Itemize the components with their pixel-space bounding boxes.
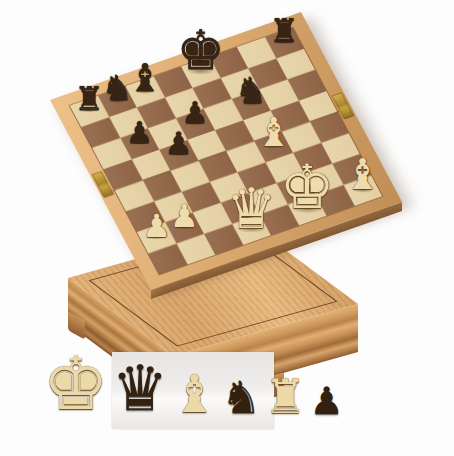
black-king-e8[interactable]: ♚ <box>176 25 224 79</box>
inset-white-rook: ♜ <box>264 373 306 420</box>
inset-white-king: ♚ <box>43 346 109 420</box>
white-pawn-a2[interactable]: ♟ <box>142 210 171 242</box>
white-king-f1[interactable]: ♚ <box>280 156 335 217</box>
black-rook-h8[interactable]: ♜ <box>269 14 299 47</box>
black-pawn-b6[interactable]: ♟ <box>126 117 153 147</box>
product-photo-scene: ♜♞♝♚♜♟♟♞♟♝♟♟♛♚♝ ♚♛♝♞♜♟ <box>0 0 454 456</box>
black-pawn-d6[interactable]: ♟ <box>182 98 209 128</box>
black-rook-a8[interactable]: ♜ <box>75 82 105 115</box>
black-knight-b8[interactable]: ♞ <box>101 71 132 106</box>
black-pawn-c5[interactable]: ♟ <box>165 128 193 159</box>
inset-black-knight: ♞ <box>221 375 261 420</box>
white-bishop-f4[interactable]: ♝ <box>255 112 291 152</box>
inset-black-pawn: ♟ <box>309 382 343 420</box>
chessmen-inset-photo: ♚♛♝♞♜♟ <box>112 352 274 429</box>
black-knight-f6[interactable]: ♞ <box>235 73 267 109</box>
black-bishop-c8[interactable]: ♝ <box>128 58 162 96</box>
white-pawn-b2[interactable]: ♟ <box>170 200 199 232</box>
inset-white-bishop: ♝ <box>171 368 218 420</box>
white-bishop-h1[interactable]: ♝ <box>344 154 382 196</box>
white-queen-d1[interactable]: ♛ <box>226 180 276 236</box>
inset-black-queen: ♛ <box>112 357 168 420</box>
